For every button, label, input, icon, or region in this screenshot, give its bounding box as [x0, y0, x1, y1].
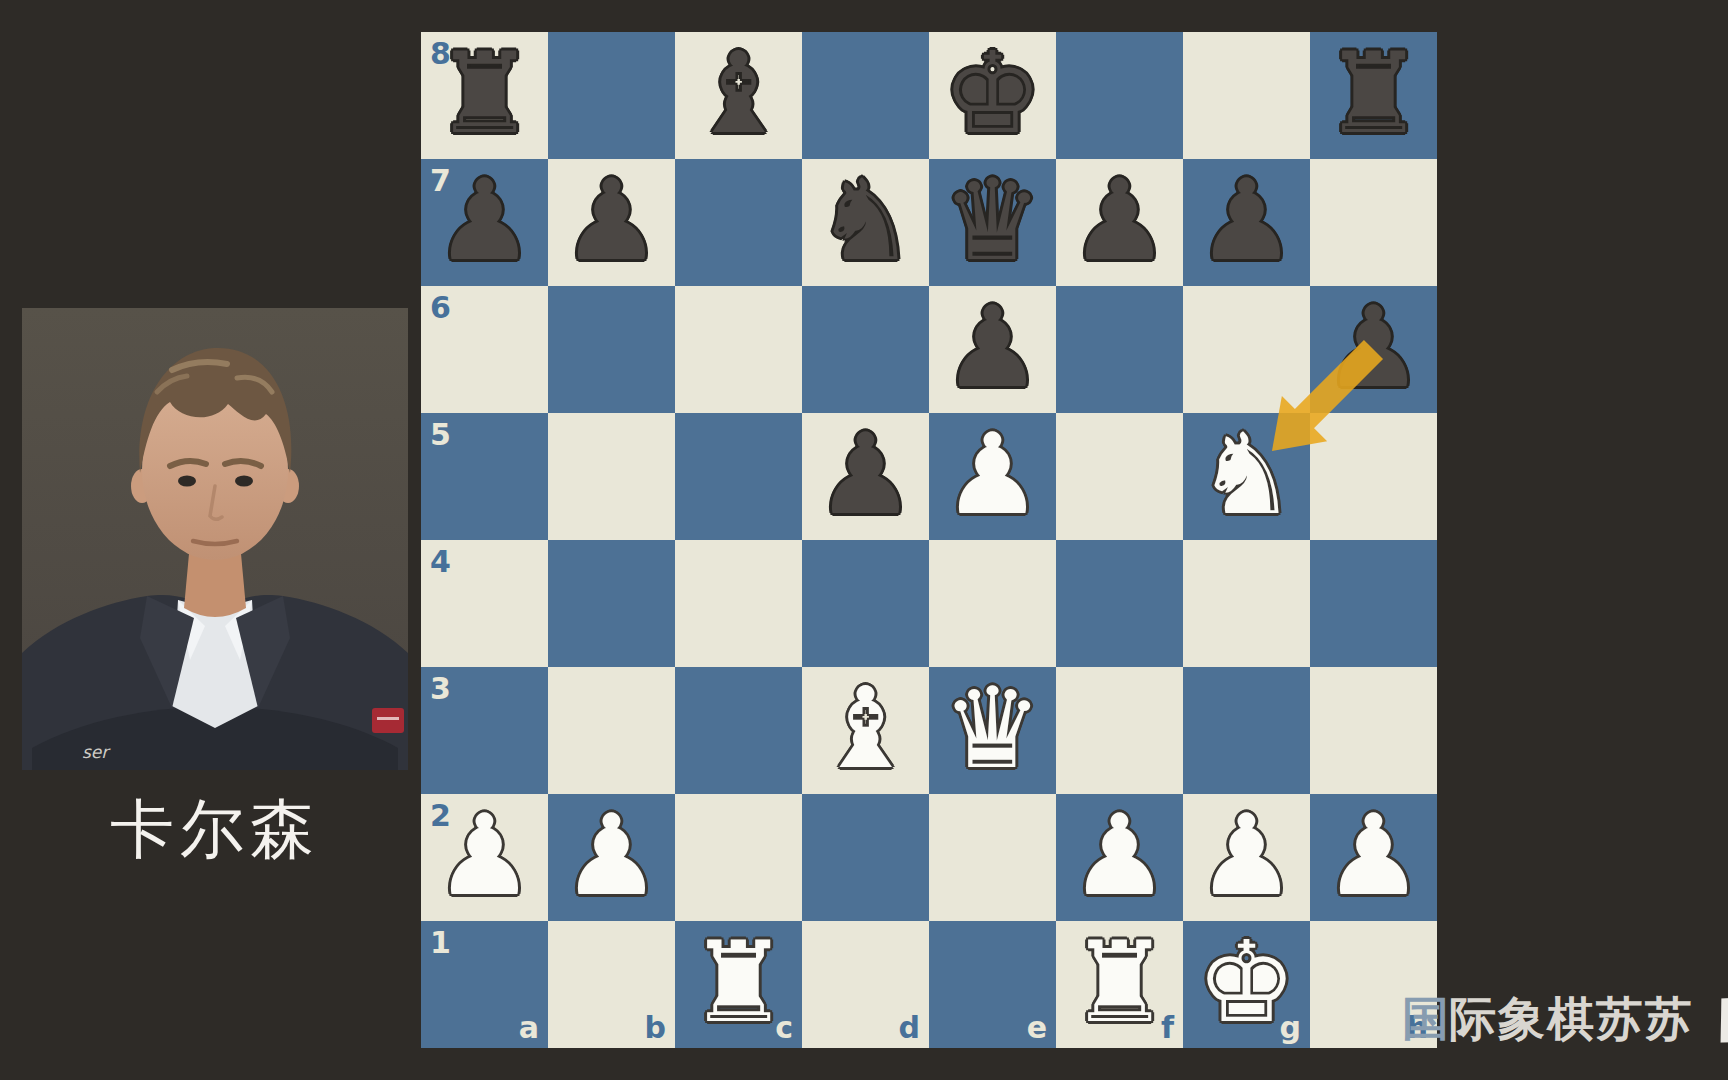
square-g8: [1183, 32, 1310, 159]
black-pawn: ♟: [1196, 164, 1296, 276]
square-h3: [1310, 667, 1437, 794]
rank-label-2: 2: [430, 798, 451, 833]
square-c8: ♝: [675, 32, 802, 159]
watermark-channel-first-char: 国: [1402, 988, 1449, 1051]
square-d7: ♞: [802, 159, 929, 286]
square-b4: [548, 540, 675, 667]
file-label-d: d: [899, 1010, 920, 1045]
player-name: 卡尔森: [22, 786, 408, 873]
square-b6: [548, 286, 675, 413]
square-d6: [802, 286, 929, 413]
square-c6: [675, 286, 802, 413]
bilibili-logo: bilibili: [1715, 981, 1728, 1056]
square-b1: b: [548, 921, 675, 1048]
square-d2: [802, 794, 929, 921]
square-e2: [929, 794, 1056, 921]
square-d3: ♝: [802, 667, 929, 794]
square-h2: ♟: [1310, 794, 1437, 921]
jacket-text: ser: [82, 742, 111, 762]
square-e7: ♛: [929, 159, 1056, 286]
black-pawn: ♟: [942, 291, 1042, 403]
square-f3: [1056, 667, 1183, 794]
black-pawn: ♟: [815, 418, 915, 530]
black-pawn: ♟: [1069, 164, 1169, 276]
square-c3: [675, 667, 802, 794]
black-queen: ♛: [942, 164, 1042, 276]
square-h5: [1310, 413, 1437, 540]
square-f5: [1056, 413, 1183, 540]
file-label-c: c: [775, 1010, 793, 1045]
square-c7: [675, 159, 802, 286]
square-f2: ♟: [1056, 794, 1183, 921]
square-c4: [675, 540, 802, 667]
white-bishop: ♝: [815, 672, 915, 784]
square-c2: [675, 794, 802, 921]
square-g6: [1183, 286, 1310, 413]
square-a8: ♜8: [421, 32, 548, 159]
square-f4: [1056, 540, 1183, 667]
square-a7: ♟7: [421, 159, 548, 286]
white-pawn: ♟: [1323, 799, 1423, 911]
square-b2: ♟: [548, 794, 675, 921]
square-c1: ♜c: [675, 921, 802, 1048]
rank-label-1: 1: [430, 925, 451, 960]
square-c5: [675, 413, 802, 540]
carlsen-photo: ser: [22, 308, 408, 770]
square-g1: ♚g: [1183, 921, 1310, 1048]
square-a4: 4: [421, 540, 548, 667]
file-label-e: e: [1027, 1010, 1047, 1045]
square-b8: [548, 32, 675, 159]
square-d8: [802, 32, 929, 159]
rank-label-6: 6: [430, 290, 451, 325]
square-e1: e: [929, 921, 1056, 1048]
white-rook: ♜: [688, 926, 788, 1038]
square-a5: 5: [421, 413, 548, 540]
square-f8: [1056, 32, 1183, 159]
black-pawn: ♟: [1323, 291, 1423, 403]
square-a1: 1a: [421, 921, 548, 1048]
white-knight: ♞: [1196, 418, 1296, 530]
square-f7: ♟: [1056, 159, 1183, 286]
player-photo-card: ser 卡尔森: [22, 308, 408, 873]
square-d4: [802, 540, 929, 667]
black-knight: ♞: [815, 164, 915, 276]
square-a3: 3: [421, 667, 548, 794]
white-pawn: ♟: [1069, 799, 1169, 911]
square-h8: ♜: [1310, 32, 1437, 159]
rank-label-3: 3: [430, 671, 451, 706]
square-b3: [548, 667, 675, 794]
white-pawn: ♟: [1196, 799, 1296, 911]
square-h6: ♟: [1310, 286, 1437, 413]
square-e5: ♟: [929, 413, 1056, 540]
square-a6: 6: [421, 286, 548, 413]
square-g7: ♟: [1183, 159, 1310, 286]
square-e8: ♚: [929, 32, 1056, 159]
square-h7: [1310, 159, 1437, 286]
square-a2: ♟2: [421, 794, 548, 921]
file-label-g: g: [1280, 1010, 1301, 1045]
square-e4: [929, 540, 1056, 667]
black-rook: ♜: [1323, 37, 1423, 149]
square-b5: [548, 413, 675, 540]
black-bishop: ♝: [688, 37, 788, 149]
file-label-a: a: [519, 1010, 539, 1045]
rank-label-7: 7: [430, 163, 451, 198]
chess-board: ♜8♝♚♜♟7♟♞♛♟♟6♟♟5♟♟♞43♝♛♟2♟♟♟♟1ab♜cde♜f♚g…: [421, 32, 1437, 1048]
watermark-channel-name: 际象棋苏苏: [1449, 988, 1694, 1051]
black-king: ♚: [942, 37, 1042, 149]
square-g4: [1183, 540, 1310, 667]
square-h4: [1310, 540, 1437, 667]
square-e3: ♛: [929, 667, 1056, 794]
square-f1: ♜f: [1056, 921, 1183, 1048]
white-pawn: ♟: [942, 418, 1042, 530]
square-b7: ♟: [548, 159, 675, 286]
file-label-b: b: [645, 1010, 666, 1045]
rank-label-4: 4: [430, 544, 451, 579]
square-d1: d: [802, 921, 929, 1048]
square-f6: [1056, 286, 1183, 413]
square-d5: ♟: [802, 413, 929, 540]
white-queen: ♛: [942, 672, 1042, 784]
square-g3: [1183, 667, 1310, 794]
rank-label-8: 8: [430, 36, 451, 71]
white-pawn: ♟: [561, 799, 661, 911]
rank-label-5: 5: [430, 417, 451, 452]
square-g2: ♟: [1183, 794, 1310, 921]
square-g5: ♞: [1183, 413, 1310, 540]
black-pawn: ♟: [561, 164, 661, 276]
video-frame: ♜8♝♚♜♟7♟♞♛♟♟6♟♟5♟♟♞43♝♛♟2♟♟♟♟1ab♜cde♜f♚g…: [0, 0, 1728, 1080]
file-label-f: f: [1161, 1010, 1174, 1045]
white-rook: ♜: [1069, 926, 1169, 1038]
watermark: 国际象棋苏苏 bilibili: [1402, 988, 1728, 1050]
square-e6: ♟: [929, 286, 1056, 413]
